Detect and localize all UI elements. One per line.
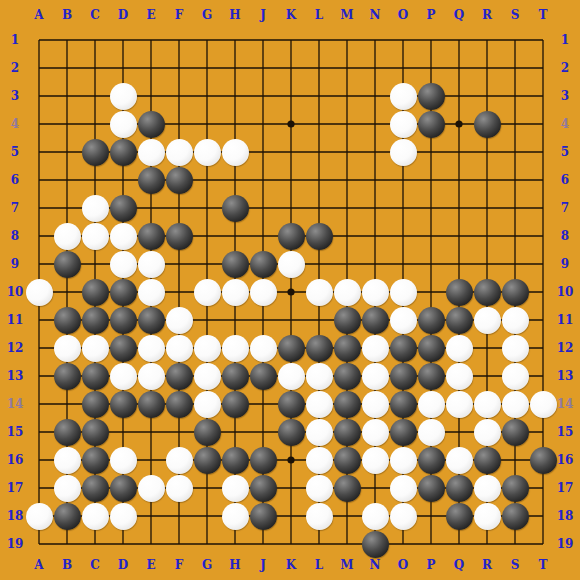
stone-black-Q10	[446, 279, 473, 306]
coord-left-7[interactable]: 7	[1, 194, 29, 222]
coord-bottom-A[interactable]: A	[25, 551, 53, 579]
stone-black-J18	[250, 503, 277, 530]
stone-black-M12	[334, 335, 361, 362]
stone-black-C16	[82, 447, 109, 474]
stone-white-O3	[390, 83, 417, 110]
stone-white-E17	[138, 475, 165, 502]
coord-top-P[interactable]: P	[417, 1, 445, 29]
stone-white-F16	[166, 447, 193, 474]
coord-left-1[interactable]: 1	[1, 26, 29, 54]
coord-top-R[interactable]: R	[473, 1, 501, 29]
stone-black-B9	[54, 251, 81, 278]
stone-white-E9	[138, 251, 165, 278]
coord-right-18[interactable]: 18	[551, 502, 579, 530]
stone-black-H14	[222, 391, 249, 418]
stone-white-D13	[110, 363, 137, 390]
stone-white-B12	[54, 335, 81, 362]
coord-bottom-S[interactable]: S	[501, 551, 529, 579]
coord-bottom-E[interactable]: E	[137, 551, 165, 579]
coord-bottom-F[interactable]: F	[165, 551, 193, 579]
stone-white-Q12	[446, 335, 473, 362]
stone-black-C17	[82, 475, 109, 502]
stone-black-K12	[278, 335, 305, 362]
stone-white-N15	[362, 419, 389, 446]
stone-black-S15	[502, 419, 529, 446]
stone-white-G5	[194, 139, 221, 166]
coord-right-10[interactable]: 10	[551, 278, 579, 306]
stone-white-D4	[110, 111, 137, 138]
stone-black-P13	[418, 363, 445, 390]
stone-black-K14	[278, 391, 305, 418]
stone-black-H13	[222, 363, 249, 390]
stone-black-R16	[474, 447, 501, 474]
coord-bottom-G[interactable]: G	[193, 551, 221, 579]
stone-black-H7	[222, 195, 249, 222]
stone-black-L12	[306, 335, 333, 362]
stone-black-C13	[82, 363, 109, 390]
coord-bottom-J[interactable]: J	[249, 551, 277, 579]
coord-right-3[interactable]: 3	[551, 82, 579, 110]
stone-white-C8	[82, 223, 109, 250]
stone-white-N18	[362, 503, 389, 530]
stone-black-M11	[334, 307, 361, 334]
stone-white-C12	[82, 335, 109, 362]
coord-left-2[interactable]: 2	[1, 54, 29, 82]
stone-black-D14	[110, 391, 137, 418]
stone-white-D8	[110, 223, 137, 250]
stone-black-J16	[250, 447, 277, 474]
stone-white-O10	[390, 279, 417, 306]
stone-black-C15	[82, 419, 109, 446]
stone-black-M16	[334, 447, 361, 474]
stone-black-J9	[250, 251, 277, 278]
stone-black-M14	[334, 391, 361, 418]
stone-white-H12	[222, 335, 249, 362]
coord-right-13[interactable]: 13	[551, 362, 579, 390]
stone-white-Q14	[446, 391, 473, 418]
coord-right-1[interactable]: 1	[551, 26, 579, 54]
stone-white-C7	[82, 195, 109, 222]
stone-white-S14	[502, 391, 529, 418]
stone-black-S18	[502, 503, 529, 530]
coord-left-3[interactable]: 3	[1, 82, 29, 110]
coord-top-L[interactable]: L	[305, 1, 333, 29]
stone-white-H18	[222, 503, 249, 530]
coord-bottom-B[interactable]: B	[53, 551, 81, 579]
stone-white-E10	[138, 279, 165, 306]
coord-right-17[interactable]: 17	[551, 474, 579, 502]
stone-black-H16	[222, 447, 249, 474]
stone-black-E4	[138, 111, 165, 138]
stone-white-J12	[250, 335, 277, 362]
stone-white-S13	[502, 363, 529, 390]
stone-white-D3	[110, 83, 137, 110]
hoshi-dot-Q4	[455, 120, 462, 127]
stone-white-A18	[26, 503, 53, 530]
stone-black-Q11	[446, 307, 473, 334]
stone-white-N14	[362, 391, 389, 418]
stone-black-D7	[110, 195, 137, 222]
stone-white-R18	[474, 503, 501, 530]
stone-black-Q17	[446, 475, 473, 502]
stone-black-F8	[166, 223, 193, 250]
coord-right-12[interactable]: 12	[551, 334, 579, 362]
coord-right-19[interactable]: 19	[551, 530, 579, 558]
stone-black-C10	[82, 279, 109, 306]
coord-top-C[interactable]: C	[81, 1, 109, 29]
coord-left-15[interactable]: 15	[1, 418, 29, 446]
stone-white-L18	[306, 503, 333, 530]
stone-black-P4	[418, 111, 445, 138]
stone-black-B18	[54, 503, 81, 530]
stone-black-M15	[334, 419, 361, 446]
stone-white-L13	[306, 363, 333, 390]
coord-left-11[interactable]: 11	[1, 306, 29, 334]
coord-left-18[interactable]: 18	[1, 502, 29, 530]
stone-white-E13	[138, 363, 165, 390]
stone-white-F5	[166, 139, 193, 166]
coord-left-6[interactable]: 6	[1, 166, 29, 194]
coord-bottom-O[interactable]: O	[389, 551, 417, 579]
coord-top-E[interactable]: E	[137, 1, 165, 29]
coord-left-13[interactable]: 13	[1, 362, 29, 390]
coord-right-6[interactable]: 6	[551, 166, 579, 194]
stone-black-D17	[110, 475, 137, 502]
stone-black-E14	[138, 391, 165, 418]
stone-white-N12	[362, 335, 389, 362]
coord-bottom-C[interactable]: C	[81, 551, 109, 579]
stone-white-K9	[278, 251, 305, 278]
stone-black-D5	[110, 139, 137, 166]
stone-white-N16	[362, 447, 389, 474]
stone-black-D10	[110, 279, 137, 306]
stone-white-K13	[278, 363, 305, 390]
stone-black-P3	[418, 83, 445, 110]
stone-white-Q13	[446, 363, 473, 390]
hoshi-dot-K4	[287, 120, 294, 127]
coord-top-J[interactable]: J	[249, 1, 277, 29]
stone-black-S17	[502, 475, 529, 502]
stone-black-O14	[390, 391, 417, 418]
coord-bottom-K[interactable]: K	[277, 551, 305, 579]
stone-white-N13	[362, 363, 389, 390]
coord-top-S[interactable]: S	[501, 1, 529, 29]
coord-top-M[interactable]: M	[333, 1, 361, 29]
stone-black-P12	[418, 335, 445, 362]
stone-black-T16	[530, 447, 557, 474]
stone-black-P11	[418, 307, 445, 334]
stone-white-F12	[166, 335, 193, 362]
stone-white-L14	[306, 391, 333, 418]
hoshi-dot-K10	[287, 288, 294, 295]
stone-white-B8	[54, 223, 81, 250]
stone-black-E11	[138, 307, 165, 334]
stone-black-N19	[362, 531, 389, 558]
stone-white-R14	[474, 391, 501, 418]
stone-black-O12	[390, 335, 417, 362]
coord-bottom-D[interactable]: D	[109, 551, 137, 579]
stone-black-O15	[390, 419, 417, 446]
stone-black-B11	[54, 307, 81, 334]
stone-black-H9	[222, 251, 249, 278]
coord-top-A[interactable]: A	[25, 1, 53, 29]
stone-white-S12	[502, 335, 529, 362]
stone-white-E5	[138, 139, 165, 166]
stone-white-B17	[54, 475, 81, 502]
hoshi-dot-K16	[287, 456, 294, 463]
stone-black-C11	[82, 307, 109, 334]
stone-black-O13	[390, 363, 417, 390]
stone-black-E6	[138, 167, 165, 194]
stone-white-O17	[390, 475, 417, 502]
stone-black-E8	[138, 223, 165, 250]
go-diagram: AABBCCDDEEFFGGHHJJKKLLMMNNOOPPQQRRSSTT11…	[0, 0, 580, 580]
stone-black-D12	[110, 335, 137, 362]
coord-left-16[interactable]: 16	[1, 446, 29, 474]
coord-top-F[interactable]: F	[165, 1, 193, 29]
go-board	[25, 26, 557, 558]
stone-white-M10	[334, 279, 361, 306]
coord-left-9[interactable]: 9	[1, 250, 29, 278]
stone-white-G13	[194, 363, 221, 390]
stone-white-H10	[222, 279, 249, 306]
coord-top-O[interactable]: O	[389, 1, 417, 29]
coord-top-T[interactable]: T	[529, 1, 557, 29]
stone-white-R17	[474, 475, 501, 502]
stone-black-P17	[418, 475, 445, 502]
stone-white-T14	[530, 391, 557, 418]
coord-right-4[interactable]: 4	[551, 110, 579, 138]
stone-black-D11	[110, 307, 137, 334]
stone-white-F17	[166, 475, 193, 502]
stone-white-R11	[474, 307, 501, 334]
stone-white-D9	[110, 251, 137, 278]
stone-black-P16	[418, 447, 445, 474]
stone-black-F6	[166, 167, 193, 194]
stone-white-L10	[306, 279, 333, 306]
stone-black-B15	[54, 419, 81, 446]
stone-white-O18	[390, 503, 417, 530]
coord-left-12[interactable]: 12	[1, 334, 29, 362]
stone-white-C18	[82, 503, 109, 530]
coord-bottom-L[interactable]: L	[305, 551, 333, 579]
coord-right-11[interactable]: 11	[551, 306, 579, 334]
stone-black-R10	[474, 279, 501, 306]
stone-white-J10	[250, 279, 277, 306]
coord-top-B[interactable]: B	[53, 1, 81, 29]
stone-black-G15	[194, 419, 221, 446]
coord-right-9[interactable]: 9	[551, 250, 579, 278]
coord-top-D[interactable]: D	[109, 1, 137, 29]
coord-bottom-Q[interactable]: Q	[445, 551, 473, 579]
coord-top-G[interactable]: G	[193, 1, 221, 29]
stone-black-K8	[278, 223, 305, 250]
stone-white-S11	[502, 307, 529, 334]
stone-white-H17	[222, 475, 249, 502]
coord-bottom-M[interactable]: M	[333, 551, 361, 579]
coord-top-Q[interactable]: Q	[445, 1, 473, 29]
coord-left-8[interactable]: 8	[1, 222, 29, 250]
stone-black-M13	[334, 363, 361, 390]
stone-white-E12	[138, 335, 165, 362]
stone-black-R4	[474, 111, 501, 138]
stone-white-H5	[222, 139, 249, 166]
stone-black-S10	[502, 279, 529, 306]
coord-bottom-H[interactable]: H	[221, 551, 249, 579]
stone-white-P14	[418, 391, 445, 418]
coord-left-10[interactable]: 10	[1, 278, 29, 306]
stone-black-J13	[250, 363, 277, 390]
coord-right-2[interactable]: 2	[551, 54, 579, 82]
coord-bottom-P[interactable]: P	[417, 551, 445, 579]
stone-white-N10	[362, 279, 389, 306]
stone-white-L16	[306, 447, 333, 474]
stone-black-F14	[166, 391, 193, 418]
stone-white-G14	[194, 391, 221, 418]
stone-white-R15	[474, 419, 501, 446]
stone-white-O11	[390, 307, 417, 334]
stone-white-B16	[54, 447, 81, 474]
stone-white-G10	[194, 279, 221, 306]
stone-white-D16	[110, 447, 137, 474]
stone-white-A10	[26, 279, 53, 306]
coord-left-4[interactable]: 4	[1, 110, 29, 138]
stone-white-Q16	[446, 447, 473, 474]
stone-black-L8	[306, 223, 333, 250]
stone-white-O4	[390, 111, 417, 138]
stone-black-C5	[82, 139, 109, 166]
stone-white-F11	[166, 307, 193, 334]
coord-right-7[interactable]: 7	[551, 194, 579, 222]
coord-top-K[interactable]: K	[277, 1, 305, 29]
stone-black-B13	[54, 363, 81, 390]
stone-black-F13	[166, 363, 193, 390]
coord-left-5[interactable]: 5	[1, 138, 29, 166]
stone-black-J17	[250, 475, 277, 502]
coord-left-17[interactable]: 17	[1, 474, 29, 502]
stone-white-G12	[194, 335, 221, 362]
stone-white-P15	[418, 419, 445, 446]
stone-black-G16	[194, 447, 221, 474]
coord-right-5[interactable]: 5	[551, 138, 579, 166]
stone-white-O16	[390, 447, 417, 474]
stone-black-Q18	[446, 503, 473, 530]
stone-black-C14	[82, 391, 109, 418]
stone-black-K15	[278, 419, 305, 446]
stone-black-N11	[362, 307, 389, 334]
coord-left-19[interactable]: 19	[1, 530, 29, 558]
coord-bottom-R[interactable]: R	[473, 551, 501, 579]
coord-top-H[interactable]: H	[221, 1, 249, 29]
stone-white-L17	[306, 475, 333, 502]
coord-top-N[interactable]: N	[361, 1, 389, 29]
stone-white-L15	[306, 419, 333, 446]
stone-black-M17	[334, 475, 361, 502]
stone-white-O5	[390, 139, 417, 166]
stone-white-D18	[110, 503, 137, 530]
coord-left-14[interactable]: 14	[1, 390, 29, 418]
coord-right-8[interactable]: 8	[551, 222, 579, 250]
coord-right-15[interactable]: 15	[551, 418, 579, 446]
